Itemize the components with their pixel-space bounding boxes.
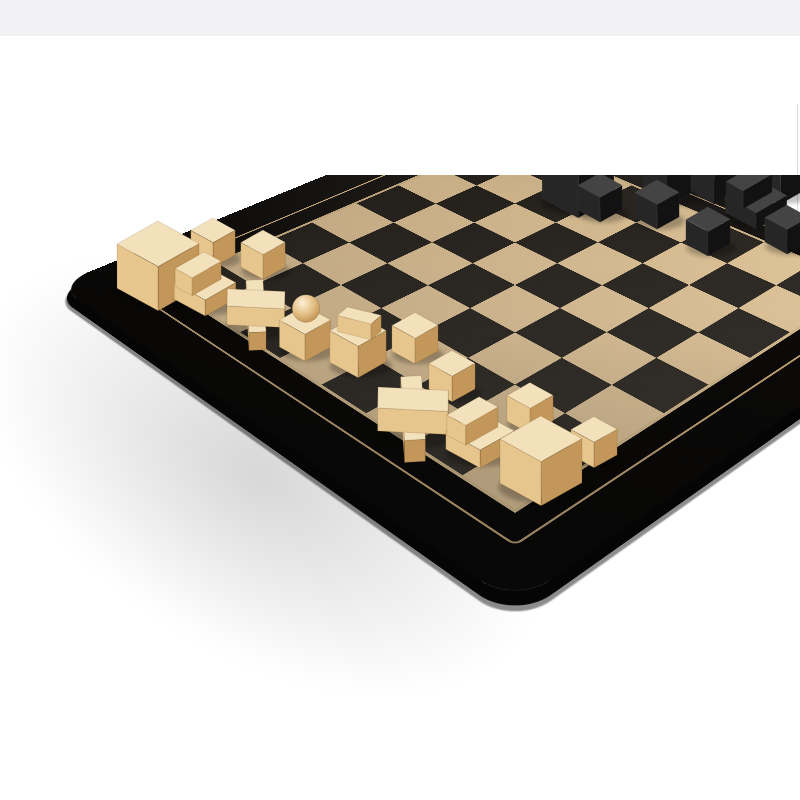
pieces-group	[115, 175, 800, 506]
product-photo: { "game": "chess", "set_style": "Bauhaus…	[0, 0, 800, 800]
pieces-layer	[0, 175, 800, 800]
photo-top-band	[0, 0, 800, 36]
photo-scene	[0, 175, 800, 800]
